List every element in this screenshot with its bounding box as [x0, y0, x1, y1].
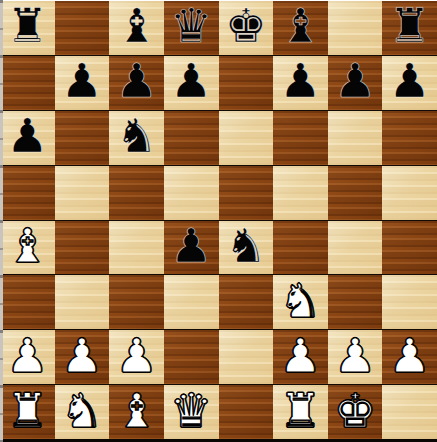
square-h8[interactable]: ♜ [382, 1, 437, 55]
window-edge-sliver [0, 0, 3, 442]
square-c2[interactable]: ♟ [109, 330, 164, 384]
square-g3[interactable] [328, 275, 383, 329]
black-pawn[interactable]: ♟ [6, 112, 48, 159]
square-c1[interactable]: ♝ [109, 385, 164, 439]
square-f2[interactable]: ♟ [273, 330, 328, 384]
square-g5[interactable] [328, 166, 383, 220]
square-d8[interactable]: ♛ [164, 1, 219, 55]
black-bishop[interactable]: ♝ [115, 2, 157, 49]
square-h3[interactable] [382, 275, 437, 329]
black-rook[interactable]: ♜ [389, 2, 431, 49]
square-g2[interactable]: ♟ [328, 330, 383, 384]
square-g8[interactable] [328, 1, 383, 55]
white-bishop[interactable]: ♝ [6, 222, 48, 269]
square-d5[interactable] [164, 166, 219, 220]
square-f5[interactable] [273, 166, 328, 220]
square-c5[interactable] [109, 166, 164, 220]
black-pawn[interactable]: ♟ [170, 222, 212, 269]
square-h6[interactable] [382, 111, 437, 165]
white-pawn[interactable]: ♟ [6, 332, 48, 379]
black-king[interactable]: ♚ [225, 2, 267, 49]
white-knight[interactable]: ♞ [279, 277, 321, 324]
square-c3[interactable] [109, 275, 164, 329]
black-pawn[interactable]: ♟ [334, 57, 376, 104]
white-rook[interactable]: ♜ [279, 387, 321, 434]
square-d6[interactable] [164, 111, 219, 165]
square-h5[interactable] [382, 166, 437, 220]
square-c4[interactable] [109, 221, 164, 275]
square-c6[interactable]: ♞ [109, 111, 164, 165]
square-g6[interactable] [328, 111, 383, 165]
square-a4[interactable]: ♝ [0, 221, 55, 275]
square-f8[interactable]: ♝ [273, 1, 328, 55]
square-e8[interactable]: ♚ [219, 1, 274, 55]
square-e1[interactable] [219, 385, 274, 439]
square-f3[interactable]: ♞ [273, 275, 328, 329]
black-knight[interactable]: ♞ [115, 112, 157, 159]
square-a7[interactable] [0, 56, 55, 110]
square-h4[interactable] [382, 221, 437, 275]
square-b2[interactable]: ♟ [55, 330, 110, 384]
black-pawn[interactable]: ♟ [389, 57, 431, 104]
square-e6[interactable] [219, 111, 274, 165]
black-queen[interactable]: ♛ [170, 2, 212, 49]
square-f6[interactable] [273, 111, 328, 165]
chess-app-window: ♜♝♛♚♝♜♟♟♟♟♟♟♟♞♝♟♞♞♟♟♟♟♟♟♜♞♝♛♜♚ [0, 0, 437, 442]
black-rook[interactable]: ♜ [6, 2, 48, 49]
square-a2[interactable]: ♟ [0, 330, 55, 384]
black-pawn[interactable]: ♟ [279, 57, 321, 104]
black-pawn[interactable]: ♟ [170, 57, 212, 104]
white-pawn[interactable]: ♟ [279, 332, 321, 379]
square-a3[interactable] [0, 275, 55, 329]
black-knight[interactable]: ♞ [225, 222, 267, 269]
square-f4[interactable] [273, 221, 328, 275]
square-a8[interactable]: ♜ [0, 1, 55, 55]
black-pawn[interactable]: ♟ [115, 57, 157, 104]
square-g1[interactable]: ♚ [328, 385, 383, 439]
square-a6[interactable]: ♟ [0, 111, 55, 165]
black-bishop[interactable]: ♝ [279, 2, 321, 49]
square-e7[interactable] [219, 56, 274, 110]
square-b8[interactable] [55, 1, 110, 55]
square-a5[interactable] [0, 166, 55, 220]
white-king[interactable]: ♚ [334, 387, 376, 434]
square-e5[interactable] [219, 166, 274, 220]
square-e3[interactable] [219, 275, 274, 329]
square-c7[interactable]: ♟ [109, 56, 164, 110]
square-d7[interactable]: ♟ [164, 56, 219, 110]
square-g7[interactable]: ♟ [328, 56, 383, 110]
chess-board[interactable]: ♜♝♛♚♝♜♟♟♟♟♟♟♟♞♝♟♞♞♟♟♟♟♟♟♜♞♝♛♜♚ [0, 1, 437, 439]
square-b1[interactable]: ♞ [55, 385, 110, 439]
square-c8[interactable]: ♝ [109, 1, 164, 55]
square-a1[interactable]: ♜ [0, 385, 55, 439]
square-e2[interactable] [219, 330, 274, 384]
square-d3[interactable] [164, 275, 219, 329]
square-b3[interactable] [55, 275, 110, 329]
white-pawn[interactable]: ♟ [389, 332, 431, 379]
square-b4[interactable] [55, 221, 110, 275]
white-pawn[interactable]: ♟ [61, 332, 103, 379]
square-b7[interactable]: ♟ [55, 56, 110, 110]
square-e4[interactable]: ♞ [219, 221, 274, 275]
square-g4[interactable] [328, 221, 383, 275]
white-pawn[interactable]: ♟ [115, 332, 157, 379]
white-bishop[interactable]: ♝ [115, 387, 157, 434]
square-b5[interactable] [55, 166, 110, 220]
white-pawn[interactable]: ♟ [334, 332, 376, 379]
square-f1[interactable]: ♜ [273, 385, 328, 439]
white-queen[interactable]: ♛ [170, 387, 212, 434]
square-f7[interactable]: ♟ [273, 56, 328, 110]
square-d2[interactable] [164, 330, 219, 384]
square-d1[interactable]: ♛ [164, 385, 219, 439]
square-h1[interactable] [382, 385, 437, 439]
black-pawn[interactable]: ♟ [61, 57, 103, 104]
square-b6[interactable] [55, 111, 110, 165]
white-knight[interactable]: ♞ [61, 387, 103, 434]
square-h7[interactable]: ♟ [382, 56, 437, 110]
square-d4[interactable]: ♟ [164, 221, 219, 275]
square-h2[interactable]: ♟ [382, 330, 437, 384]
white-rook[interactable]: ♜ [6, 387, 48, 434]
board-top-edge [0, 0, 437, 1]
